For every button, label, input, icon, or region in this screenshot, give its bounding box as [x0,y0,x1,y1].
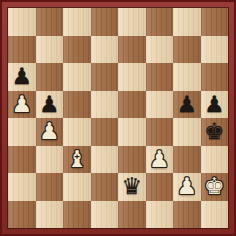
piece-white-bishop: ♝ [63,146,91,174]
square-b7[interactable] [36,36,64,64]
square-a5[interactable]: ♟ [8,91,36,119]
square-h8[interactable] [201,8,229,36]
square-f3[interactable]: ♟ [146,146,174,174]
square-b1[interactable] [36,201,64,229]
square-h5[interactable]: ♟ [201,91,229,119]
square-c6[interactable] [63,63,91,91]
square-f8[interactable] [146,8,174,36]
piece-black-king: ♚ [201,118,229,146]
square-g1[interactable] [173,201,201,229]
square-c2[interactable] [63,173,91,201]
square-h2[interactable]: ♚ [201,173,229,201]
piece-black-pawn: ♟ [36,91,64,119]
piece-black-pawn: ♟ [8,63,36,91]
square-b4[interactable]: ♟ [36,118,64,146]
piece-white-pawn: ♟ [173,173,201,201]
square-b3[interactable] [36,146,64,174]
square-b2[interactable] [36,173,64,201]
board-frame: ♟♟♟♟♟♟♚♝♟♛♟♚ [0,0,236,236]
piece-black-queen: ♛ [118,173,146,201]
square-b8[interactable] [36,8,64,36]
square-a2[interactable] [8,173,36,201]
square-f6[interactable] [146,63,174,91]
square-d6[interactable] [91,63,119,91]
square-f5[interactable] [146,91,174,119]
piece-white-pawn: ♟ [8,91,36,119]
square-c4[interactable] [63,118,91,146]
square-e7[interactable] [118,36,146,64]
square-a3[interactable] [8,146,36,174]
square-a4[interactable] [8,118,36,146]
square-a6[interactable]: ♟ [8,63,36,91]
square-h1[interactable] [201,201,229,229]
square-h7[interactable] [201,36,229,64]
square-d3[interactable] [91,146,119,174]
square-b6[interactable] [36,63,64,91]
square-d5[interactable] [91,91,119,119]
piece-white-pawn: ♟ [36,118,64,146]
square-e3[interactable] [118,146,146,174]
square-a1[interactable] [8,201,36,229]
square-g7[interactable] [173,36,201,64]
square-g3[interactable] [173,146,201,174]
square-h3[interactable] [201,146,229,174]
square-f7[interactable] [146,36,174,64]
square-e8[interactable] [118,8,146,36]
square-d4[interactable] [91,118,119,146]
square-f2[interactable] [146,173,174,201]
piece-white-king: ♚ [201,173,229,201]
square-g2[interactable]: ♟ [173,173,201,201]
square-d8[interactable] [91,8,119,36]
square-d7[interactable] [91,36,119,64]
piece-black-pawn: ♟ [173,91,201,119]
square-c1[interactable] [63,201,91,229]
square-h4[interactable]: ♚ [201,118,229,146]
square-c8[interactable] [63,8,91,36]
square-e2[interactable]: ♛ [118,173,146,201]
square-b5[interactable]: ♟ [36,91,64,119]
square-f4[interactable] [146,118,174,146]
square-g6[interactable] [173,63,201,91]
square-g5[interactable]: ♟ [173,91,201,119]
square-g4[interactable] [173,118,201,146]
square-c3[interactable]: ♝ [63,146,91,174]
square-f1[interactable] [146,201,174,229]
square-d1[interactable] [91,201,119,229]
square-e4[interactable] [118,118,146,146]
square-c5[interactable] [63,91,91,119]
square-d2[interactable] [91,173,119,201]
square-e6[interactable] [118,63,146,91]
piece-black-pawn: ♟ [201,91,229,119]
square-e1[interactable] [118,201,146,229]
chess-board: ♟♟♟♟♟♟♚♝♟♛♟♚ [8,8,228,228]
square-g8[interactable] [173,8,201,36]
square-c7[interactable] [63,36,91,64]
piece-white-pawn: ♟ [146,146,174,174]
square-a8[interactable] [8,8,36,36]
square-e5[interactable] [118,91,146,119]
square-a7[interactable] [8,36,36,64]
square-h6[interactable] [201,63,229,91]
